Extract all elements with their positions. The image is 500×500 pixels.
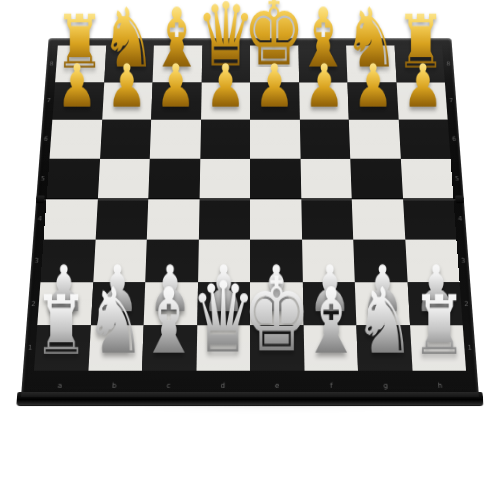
square-c7: ♟ xyxy=(151,82,201,120)
product-photo: ♜♞♝♛♚♝♞♜♟♟♟♟♟♟♟♟♟♟♟♟♟♟♟♟♜♞♝♛♚♝♞♜ abcdefg… xyxy=(0,0,500,500)
rank-label-6: 6 xyxy=(449,120,460,159)
square-e4 xyxy=(250,199,302,240)
black-pawn-e7: ♟ xyxy=(255,57,295,117)
board-scene: ♜♞♝♛♚♝♞♜♟♟♟♟♟♟♟♟♟♟♟♟♟♟♟♟♜♞♝♛♚♝♞♜ abcdefg… xyxy=(21,0,479,397)
file-label-a: a xyxy=(33,382,88,390)
black-pawn-b7: ♟ xyxy=(107,57,147,117)
square-g4 xyxy=(352,199,405,240)
square-a7: ♟ xyxy=(52,82,103,120)
white-knight-b1: ♞ xyxy=(85,276,146,367)
square-d6 xyxy=(200,120,250,159)
square-c1: ♝ xyxy=(142,326,197,371)
square-f1: ♝ xyxy=(303,326,358,371)
square-g5 xyxy=(350,159,402,199)
square-h4 xyxy=(403,199,457,240)
black-pawn-d7: ♟ xyxy=(205,57,245,117)
square-e7: ♟ xyxy=(250,82,299,120)
rank-label-3: 3 xyxy=(457,240,469,282)
square-b5 xyxy=(97,159,149,199)
black-pawn-h7: ♟ xyxy=(403,57,443,117)
square-c6 xyxy=(150,120,201,159)
file-label-d: d xyxy=(196,382,250,390)
square-g7: ♟ xyxy=(347,82,398,120)
rank-label-4: 4 xyxy=(454,199,466,240)
square-c4 xyxy=(147,199,199,240)
square-a4 xyxy=(44,199,98,240)
file-label-g: g xyxy=(358,382,413,390)
square-a5 xyxy=(47,159,100,199)
square-g1: ♞ xyxy=(356,326,412,371)
square-b4 xyxy=(95,199,148,240)
white-rook-h1: ♜ xyxy=(411,285,466,367)
file-label-e: e xyxy=(250,382,304,390)
square-b7: ♟ xyxy=(102,82,153,120)
rank-label-5: 5 xyxy=(451,159,462,199)
square-d5 xyxy=(199,159,250,199)
square-f4 xyxy=(301,199,353,240)
square-b1: ♞ xyxy=(88,326,144,371)
black-pawn-a7: ♟ xyxy=(57,57,97,117)
black-pawn-f7: ♟ xyxy=(304,57,344,117)
white-bishop-f1: ♝ xyxy=(300,276,361,367)
square-f5 xyxy=(300,159,352,199)
file-label-c: c xyxy=(141,382,196,390)
square-h1: ♜ xyxy=(410,326,466,371)
board-grid: ♜♞♝♛♚♝♞♜♟♟♟♟♟♟♟♟♟♟♟♟♟♟♟♟♜♞♝♛♚♝♞♜ xyxy=(34,45,466,370)
white-rook-a1: ♜ xyxy=(34,285,89,367)
square-b6 xyxy=(100,120,152,159)
file-label-h: h xyxy=(413,382,468,390)
rank-label-7: 7 xyxy=(446,82,457,120)
square-f7: ♟ xyxy=(299,82,349,120)
white-knight-g1: ♞ xyxy=(354,276,415,367)
file-label-f: f xyxy=(304,382,359,390)
square-h5 xyxy=(400,159,453,199)
black-pawn-c7: ♟ xyxy=(156,57,196,117)
square-d4 xyxy=(198,199,250,240)
file-label-b: b xyxy=(87,382,142,390)
chessboard: ♜♞♝♛♚♝♞♜♟♟♟♟♟♟♟♟♟♟♟♟♟♟♟♟♜♞♝♛♚♝♞♜ abcdefg… xyxy=(21,38,479,397)
file-labels: abcdefgh xyxy=(33,382,468,390)
square-a6 xyxy=(49,120,101,159)
square-e6 xyxy=(250,120,300,159)
square-e5 xyxy=(250,159,301,199)
square-c5 xyxy=(148,159,200,199)
board-frame: ♜♞♝♛♚♝♞♜♟♟♟♟♟♟♟♟♟♟♟♟♟♟♟♟♜♞♝♛♚♝♞♜ abcdefg… xyxy=(21,38,479,397)
black-pawn-g7: ♟ xyxy=(353,57,393,117)
square-a1: ♜ xyxy=(34,326,90,371)
square-f6 xyxy=(299,120,350,159)
square-g6 xyxy=(349,120,401,159)
square-d7: ♟ xyxy=(201,82,250,120)
board-frame-lip xyxy=(16,392,483,406)
square-h6 xyxy=(398,120,450,159)
square-h7: ♟ xyxy=(396,82,447,120)
square-e1: ♚ xyxy=(250,326,304,371)
